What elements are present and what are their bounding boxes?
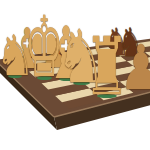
chess-set-photo: ♞♞♟♝♞♚♝♞♟♜ bbox=[0, 0, 150, 150]
pieces-layer: ♞♞♟♝♞♚♝♞♟♜ bbox=[0, 0, 150, 150]
chess-piece-white-rook: ♜ bbox=[85, 27, 129, 107]
